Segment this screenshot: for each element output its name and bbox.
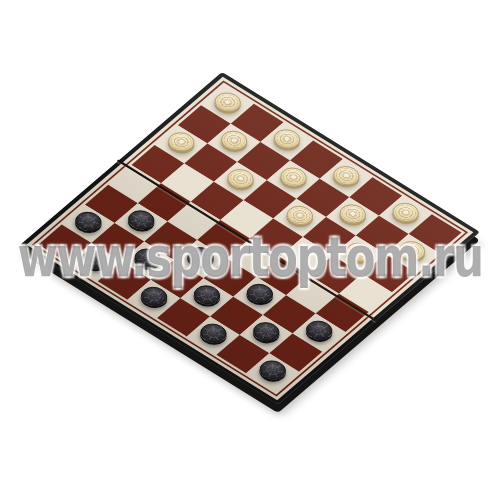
checker-piece-white[interactable] <box>341 239 378 266</box>
checker-piece-black[interactable] <box>123 207 160 234</box>
board-margin <box>27 77 474 400</box>
checker-piece-white[interactable] <box>387 199 424 226</box>
checker-piece-white[interactable] <box>394 237 431 264</box>
checker-piece-black[interactable] <box>70 208 107 235</box>
pieces-layer <box>38 85 461 391</box>
checker-piece-white[interactable] <box>328 162 365 189</box>
checker-piece-black[interactable] <box>241 280 278 307</box>
game-board <box>20 72 480 405</box>
checker-piece-white[interactable] <box>163 128 200 155</box>
checker-piece-black[interactable] <box>195 320 232 347</box>
checker-piece-black[interactable] <box>136 283 173 310</box>
checker-piece-black[interactable] <box>129 245 166 272</box>
checker-piece-white[interactable] <box>209 89 246 116</box>
checker-piece-black[interactable] <box>301 317 338 344</box>
checker-piece-white[interactable] <box>334 201 371 228</box>
checker-piece-black[interactable] <box>254 357 291 384</box>
checker-piece-white[interactable] <box>269 126 306 153</box>
board-grid <box>38 85 461 391</box>
checker-piece-black[interactable] <box>76 246 113 273</box>
product-photo-scene: www.sportoptom.ru <box>0 0 500 500</box>
checker-piece-black[interactable] <box>182 243 219 270</box>
checker-piece-white[interactable] <box>281 202 318 229</box>
checker-piece-black[interactable] <box>189 282 226 309</box>
checker-piece-white[interactable] <box>222 165 259 192</box>
checker-piece-white[interactable] <box>275 164 312 191</box>
checker-piece-white[interactable] <box>216 127 253 154</box>
checker-piece-black[interactable] <box>248 318 285 345</box>
